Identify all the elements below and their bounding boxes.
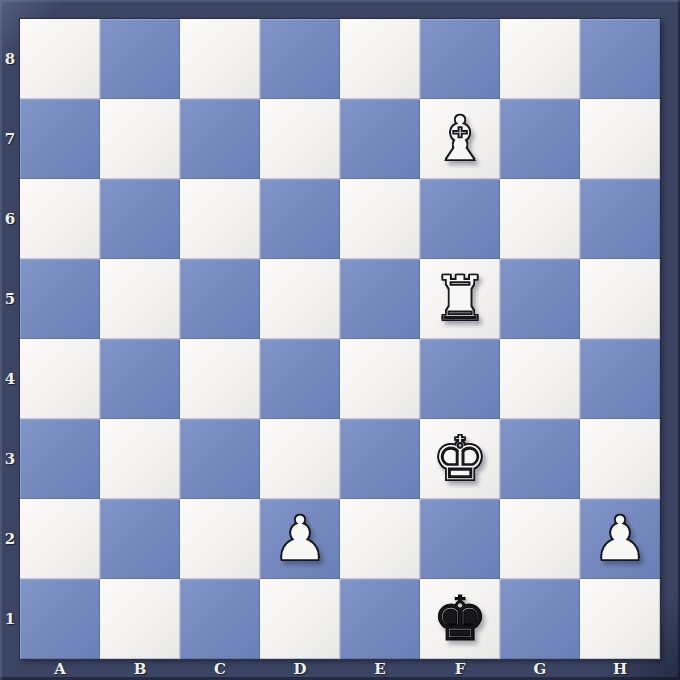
rank-label-7: 7 [0,99,20,179]
square-g1[interactable] [500,579,580,659]
square-c5[interactable] [180,259,260,339]
square-h6[interactable] [580,179,660,259]
square-d8[interactable] [260,19,340,99]
white-king-icon[interactable]: ♚ [432,428,488,490]
square-d3[interactable] [260,419,340,499]
square-f2[interactable] [420,499,500,579]
square-f1[interactable]: ♚ [420,579,500,659]
square-f7[interactable]: ♝ [420,99,500,179]
square-e5[interactable] [340,259,420,339]
square-e3[interactable] [340,419,420,499]
square-c1[interactable] [180,579,260,659]
square-b4[interactable] [100,339,180,419]
file-label-f: F [420,659,500,680]
square-f5[interactable]: ♜ [420,259,500,339]
square-c8[interactable] [180,19,260,99]
square-a5[interactable] [20,259,100,339]
square-a3[interactable] [20,419,100,499]
square-g3[interactable] [500,419,580,499]
square-b2[interactable] [100,499,180,579]
square-h4[interactable] [580,339,660,419]
square-a1[interactable] [20,579,100,659]
square-a7[interactable] [20,99,100,179]
square-a6[interactable] [20,179,100,259]
rank-label-2: 2 [0,499,20,579]
square-a8[interactable] [20,19,100,99]
square-g5[interactable] [500,259,580,339]
square-b8[interactable] [100,19,180,99]
square-b1[interactable] [100,579,180,659]
square-g7[interactable] [500,99,580,179]
rank-label-4: 4 [0,339,20,419]
square-h3[interactable] [580,419,660,499]
square-c2[interactable] [180,499,260,579]
square-f6[interactable] [420,179,500,259]
square-h2[interactable]: ♟ [580,499,660,579]
file-label-b: B [100,659,180,680]
file-label-e: E [340,659,420,680]
square-d6[interactable] [260,179,340,259]
white-bishop-icon[interactable]: ♝ [432,108,488,170]
square-a4[interactable] [20,339,100,419]
square-h8[interactable] [580,19,660,99]
square-b7[interactable] [100,99,180,179]
square-g4[interactable] [500,339,580,419]
chess-board-frame: ♝♜♚♟♟♚ 87654321 ABCDEFGH [0,0,680,680]
square-c4[interactable] [180,339,260,419]
rank-label-5: 5 [0,259,20,339]
square-d2[interactable]: ♟ [260,499,340,579]
white-pawn-icon[interactable]: ♟ [592,508,648,570]
file-label-h: H [580,659,660,680]
square-b5[interactable] [100,259,180,339]
file-label-a: A [20,659,100,680]
square-e6[interactable] [340,179,420,259]
square-b6[interactable] [100,179,180,259]
file-label-g: G [500,659,580,680]
square-e4[interactable] [340,339,420,419]
square-c6[interactable] [180,179,260,259]
rank-label-1: 1 [0,579,20,659]
square-g6[interactable] [500,179,580,259]
square-h1[interactable] [580,579,660,659]
rank-label-6: 6 [0,179,20,259]
file-label-c: C [180,659,260,680]
square-g2[interactable] [500,499,580,579]
square-e8[interactable] [340,19,420,99]
square-c7[interactable] [180,99,260,179]
white-pawn-icon[interactable]: ♟ [272,508,328,570]
square-a2[interactable] [20,499,100,579]
square-e2[interactable] [340,499,420,579]
square-c3[interactable] [180,419,260,499]
square-d4[interactable] [260,339,340,419]
square-e7[interactable] [340,99,420,179]
chess-board: ♝♜♚♟♟♚ [20,19,660,659]
square-f3[interactable]: ♚ [420,419,500,499]
square-d7[interactable] [260,99,340,179]
square-e1[interactable] [340,579,420,659]
square-h7[interactable] [580,99,660,179]
square-h5[interactable] [580,259,660,339]
square-g8[interactable] [500,19,580,99]
square-b3[interactable] [100,419,180,499]
rank-label-8: 8 [0,19,20,99]
file-label-d: D [260,659,340,680]
square-f4[interactable] [420,339,500,419]
black-king-icon[interactable]: ♚ [432,588,488,650]
square-d1[interactable] [260,579,340,659]
rank-label-3: 3 [0,419,20,499]
white-rook-icon[interactable]: ♜ [432,268,488,330]
square-d5[interactable] [260,259,340,339]
square-f8[interactable] [420,19,500,99]
